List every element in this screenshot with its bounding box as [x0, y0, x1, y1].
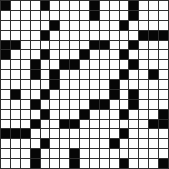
white-cell-r15c17[interactable] [159, 139, 168, 148]
white-cell-r8c10[interactable] [90, 70, 99, 79]
white-cell-r8c5[interactable] [41, 70, 50, 79]
white-cell-r9c5[interactable] [41, 80, 50, 89]
white-cell-r8c8[interactable] [70, 70, 79, 79]
white-cell-r11c13[interactable] [120, 100, 129, 109]
white-cell-r14c8[interactable] [70, 129, 79, 138]
white-cell-r1c15[interactable] [139, 1, 148, 10]
white-cell-r1c12[interactable] [110, 1, 119, 10]
white-cell-r2c12[interactable] [110, 11, 119, 20]
white-cell-r12c6[interactable] [50, 110, 59, 119]
white-cell-r4c7[interactable] [60, 31, 69, 40]
black-cell-r1c5 [41, 1, 50, 10]
white-cell-r13c11[interactable] [100, 120, 109, 129]
white-cell-r1c4[interactable] [31, 1, 40, 10]
white-cell-r5c5[interactable] [41, 41, 50, 50]
white-cell-r8c15[interactable] [139, 70, 148, 79]
white-cell-r16c3[interactable] [21, 149, 30, 158]
white-cell-r14c7[interactable] [60, 129, 69, 138]
white-cell-r9c9[interactable] [80, 80, 89, 89]
white-cell-r6c16[interactable] [149, 50, 158, 59]
white-cell-r4c12[interactable] [110, 31, 119, 40]
white-cell-r11c1[interactable] [1, 100, 10, 109]
white-cell-r11c12[interactable] [110, 100, 119, 109]
white-cell-r7c15[interactable] [139, 60, 148, 69]
white-cell-r14c6[interactable] [50, 129, 59, 138]
white-cell-r13c2[interactable] [11, 120, 20, 129]
white-cell-r15c10[interactable] [90, 139, 99, 148]
white-cell-r7c9[interactable] [80, 60, 89, 69]
white-cell-r5c4[interactable] [31, 41, 40, 50]
black-cell-r10c12 [110, 90, 119, 99]
black-cell-r14c1 [1, 129, 10, 138]
white-cell-r15c9[interactable] [80, 139, 89, 148]
white-cell-r15c1[interactable] [1, 139, 10, 148]
white-cell-r14c9[interactable] [80, 129, 89, 138]
white-cell-r3c15[interactable] [139, 21, 148, 30]
white-cell-r6c2[interactable] [11, 50, 20, 59]
black-cell-r17c4 [31, 159, 40, 168]
white-cell-r14c14[interactable] [129, 129, 138, 138]
white-cell-r14c11[interactable] [100, 129, 109, 138]
white-cell-r13c9[interactable] [80, 120, 89, 129]
white-cell-r3c4[interactable] [31, 21, 40, 30]
white-cell-r2c15[interactable] [139, 11, 148, 20]
white-cell-r2c3[interactable] [21, 11, 30, 20]
black-cell-r14c3 [21, 129, 30, 138]
white-cell-r4c2[interactable] [11, 31, 20, 40]
white-cell-r9c4[interactable] [31, 80, 40, 89]
white-cell-r1c8[interactable] [70, 1, 79, 10]
white-cell-r5c7[interactable] [60, 41, 69, 50]
black-cell-r7c7 [60, 60, 69, 69]
white-cell-r10c13[interactable] [120, 90, 129, 99]
white-cell-r9c17[interactable] [159, 80, 168, 89]
white-cell-r12c2[interactable] [11, 110, 20, 119]
white-cell-r7c12[interactable] [110, 60, 119, 69]
black-cell-r8c16 [149, 70, 158, 79]
white-cell-r3c9[interactable] [80, 21, 89, 30]
white-cell-r2c9[interactable] [80, 11, 89, 20]
black-cell-r12c9 [80, 110, 89, 119]
white-cell-r10c10[interactable] [90, 90, 99, 99]
white-cell-r5c17[interactable] [159, 41, 168, 50]
black-cell-r1c1 [1, 1, 10, 10]
white-cell-r2c2[interactable] [11, 11, 20, 20]
white-cell-r11c2[interactable] [11, 100, 20, 109]
white-cell-r2c1[interactable] [1, 11, 10, 20]
white-cell-r14c17[interactable] [159, 129, 168, 138]
white-cell-r17c7[interactable] [60, 159, 69, 168]
black-cell-r4c15 [139, 31, 148, 40]
black-cell-r3c6 [50, 21, 59, 30]
white-cell-r10c8[interactable] [70, 90, 79, 99]
white-cell-r8c12[interactable] [110, 70, 119, 79]
white-cell-r16c13[interactable] [120, 149, 129, 158]
white-cell-r3c11[interactable] [100, 21, 109, 30]
white-cell-r9c13[interactable] [120, 80, 129, 89]
white-cell-r14c16[interactable] [149, 129, 158, 138]
white-cell-r6c12[interactable] [110, 50, 119, 59]
white-cell-r12c14[interactable] [129, 110, 138, 119]
crossword-board [0, 0, 169, 169]
white-cell-r5c8[interactable] [70, 41, 79, 50]
white-cell-r7c16[interactable] [149, 60, 158, 69]
black-cell-r9c12 [110, 80, 119, 89]
white-cell-r6c17[interactable] [159, 50, 168, 59]
white-cell-r16c5[interactable] [41, 149, 50, 158]
white-cell-r17c3[interactable] [21, 159, 30, 168]
white-cell-r4c4[interactable] [31, 31, 40, 40]
white-cell-r9c10[interactable] [90, 80, 99, 89]
white-cell-r7c3[interactable] [21, 60, 30, 69]
white-cell-r1c17[interactable] [159, 1, 168, 10]
white-cell-r2c13[interactable] [120, 11, 129, 20]
white-cell-r11c9[interactable] [80, 100, 89, 109]
white-cell-r12c8[interactable] [70, 110, 79, 119]
white-cell-r10c16[interactable] [149, 90, 158, 99]
white-cell-r9c11[interactable] [100, 80, 109, 89]
black-cell-r4c17 [159, 31, 168, 40]
black-cell-r10c14 [129, 90, 138, 99]
white-cell-r6c11[interactable] [100, 50, 109, 59]
white-cell-r1c16[interactable] [149, 1, 158, 10]
white-cell-r13c14[interactable] [129, 120, 138, 129]
black-cell-r10c2 [11, 90, 20, 99]
white-cell-r11c17[interactable] [159, 100, 168, 109]
white-cell-r6c6[interactable] [50, 50, 59, 59]
white-cell-r9c14[interactable] [129, 80, 138, 89]
white-cell-r3c7[interactable] [60, 21, 69, 30]
white-cell-r2c16[interactable] [149, 11, 158, 20]
black-cell-r14c2 [11, 129, 20, 138]
white-cell-r13c6[interactable] [50, 120, 59, 129]
white-cell-r9c8[interactable] [70, 80, 79, 89]
white-cell-r14c12[interactable] [110, 129, 119, 138]
white-cell-r7c5[interactable] [41, 60, 50, 69]
white-cell-r2c11[interactable] [100, 11, 109, 20]
white-cell-r11c8[interactable] [70, 100, 79, 109]
black-cell-r11c4 [31, 100, 40, 109]
white-cell-r6c8[interactable] [70, 50, 79, 59]
black-cell-r4c16 [149, 31, 158, 40]
white-cell-r4c13[interactable] [120, 31, 129, 40]
white-cell-r8c3[interactable] [21, 70, 30, 79]
white-cell-r3c3[interactable] [21, 21, 30, 30]
white-cell-r1c6[interactable] [50, 1, 59, 10]
white-cell-r15c7[interactable] [60, 139, 69, 148]
white-cell-r11c5[interactable] [41, 100, 50, 109]
white-cell-r10c6[interactable] [50, 90, 59, 99]
white-cell-r13c13[interactable] [120, 120, 129, 129]
white-cell-r15c13[interactable] [120, 139, 129, 148]
white-cell-r8c11[interactable] [100, 70, 109, 79]
white-cell-r16c12[interactable] [110, 149, 119, 158]
black-cell-r16c4 [31, 149, 40, 158]
black-cell-r15c12 [110, 139, 119, 148]
white-cell-r5c6[interactable] [50, 41, 59, 50]
black-cell-r8c4 [31, 70, 40, 79]
white-cell-r16c17[interactable] [159, 149, 168, 158]
white-cell-r7c1[interactable] [1, 60, 10, 69]
white-cell-r11c16[interactable] [149, 100, 158, 109]
black-cell-r3c13 [120, 21, 129, 30]
black-cell-r11c14 [129, 100, 138, 109]
white-cell-r15c6[interactable] [50, 139, 59, 148]
white-cell-r9c2[interactable] [11, 80, 20, 89]
black-cell-r14c13 [120, 129, 129, 138]
white-cell-r1c13[interactable] [120, 1, 129, 10]
white-cell-r14c4[interactable] [31, 129, 40, 138]
white-cell-r12c16[interactable] [149, 110, 158, 119]
white-cell-r3c14[interactable] [129, 21, 138, 30]
white-cell-r14c5[interactable] [41, 129, 50, 138]
white-cell-r7c6[interactable] [50, 60, 59, 69]
white-cell-r2c7[interactable] [60, 11, 69, 20]
white-cell-r5c12[interactable] [110, 41, 119, 50]
white-cell-r16c10[interactable] [90, 149, 99, 158]
white-cell-r12c3[interactable] [21, 110, 30, 119]
black-cell-r1c14 [129, 1, 138, 10]
white-cell-r16c9[interactable] [80, 149, 89, 158]
black-cell-r5c14 [129, 41, 138, 50]
white-cell-r17c16[interactable] [149, 159, 158, 168]
white-cell-r13c12[interactable] [110, 120, 119, 129]
white-cell-r5c13[interactable] [120, 41, 129, 50]
white-cell-r1c3[interactable] [21, 1, 30, 10]
white-cell-r6c3[interactable] [21, 50, 30, 59]
white-cell-r5c9[interactable] [80, 41, 89, 50]
white-cell-r4c10[interactable] [90, 31, 99, 40]
white-cell-r8c17[interactable] [159, 70, 168, 79]
white-cell-r11c7[interactable] [60, 100, 69, 109]
black-cell-r1c10 [90, 1, 99, 10]
white-cell-r2c5[interactable] [41, 11, 50, 20]
white-cell-r17c2[interactable] [11, 159, 20, 168]
black-cell-r13c17 [159, 120, 168, 129]
white-cell-r10c17[interactable] [159, 90, 168, 99]
white-cell-r17c15[interactable] [139, 159, 148, 168]
black-cell-r12c5 [41, 110, 50, 119]
black-cell-r6c13 [120, 50, 129, 59]
white-cell-r10c15[interactable] [139, 90, 148, 99]
white-cell-r13c5[interactable] [41, 120, 50, 129]
white-cell-r6c15[interactable] [139, 50, 148, 59]
white-cell-r14c10[interactable] [90, 129, 99, 138]
black-cell-r6c1 [1, 50, 10, 59]
black-cell-r12c13 [120, 110, 129, 119]
white-cell-r12c4[interactable] [31, 110, 40, 119]
white-cell-r3c2[interactable] [11, 21, 20, 30]
black-cell-r6c9 [80, 50, 89, 59]
white-cell-r12c11[interactable] [100, 110, 109, 119]
white-cell-r4c9[interactable] [80, 31, 89, 40]
white-cell-r17c6[interactable] [50, 159, 59, 168]
black-cell-r15c5 [41, 139, 50, 148]
white-cell-r16c16[interactable] [149, 149, 158, 158]
white-cell-r4c11[interactable] [100, 31, 109, 40]
black-cell-r9c6 [50, 80, 59, 89]
white-cell-r14c15[interactable] [139, 129, 148, 138]
white-cell-r10c7[interactable] [60, 90, 69, 99]
black-cell-r5c10 [90, 41, 99, 50]
black-cell-r10c5 [41, 90, 50, 99]
white-cell-r6c4[interactable] [31, 50, 40, 59]
white-cell-r1c2[interactable] [11, 1, 20, 10]
white-cell-r4c1[interactable] [1, 31, 10, 40]
white-cell-r4c8[interactable] [70, 31, 79, 40]
white-cell-r12c1[interactable] [1, 110, 10, 119]
black-cell-r13c16 [149, 120, 158, 129]
white-cell-r13c1[interactable] [1, 120, 10, 129]
white-cell-r3c16[interactable] [149, 21, 158, 30]
white-cell-r9c1[interactable] [1, 80, 10, 89]
white-cell-r10c1[interactable] [1, 90, 10, 99]
black-cell-r8c13 [120, 70, 129, 79]
white-cell-r9c3[interactable] [21, 80, 30, 89]
black-cell-r2c10 [90, 11, 99, 20]
white-cell-r15c14[interactable] [129, 139, 138, 148]
white-cell-r6c10[interactable] [90, 50, 99, 59]
white-cell-r16c14[interactable] [129, 149, 138, 158]
white-cell-r1c11[interactable] [100, 1, 109, 10]
white-cell-r15c2[interactable] [11, 139, 20, 148]
white-cell-r15c8[interactable] [70, 139, 79, 148]
white-cell-r16c2[interactable] [11, 149, 20, 158]
white-cell-r12c10[interactable] [90, 110, 99, 119]
white-cell-r5c16[interactable] [149, 41, 158, 50]
black-cell-r13c4 [31, 120, 40, 129]
white-cell-r13c15[interactable] [139, 120, 148, 129]
white-cell-r16c15[interactable] [139, 149, 148, 158]
white-cell-r15c16[interactable] [149, 139, 158, 148]
white-cell-r12c7[interactable] [60, 110, 69, 119]
white-cell-r7c10[interactable] [90, 60, 99, 69]
white-cell-r6c7[interactable] [60, 50, 69, 59]
white-cell-r15c3[interactable] [21, 139, 30, 148]
black-cell-r2c14 [129, 11, 138, 20]
white-cell-r2c8[interactable] [70, 11, 79, 20]
white-cell-r7c2[interactable] [11, 60, 20, 69]
white-cell-r11c15[interactable] [139, 100, 148, 109]
white-cell-r13c10[interactable] [90, 120, 99, 129]
black-cell-r7c8 [70, 60, 79, 69]
white-cell-r3c5[interactable] [41, 21, 50, 30]
black-cell-r11c10 [90, 100, 99, 109]
white-cell-r17c11[interactable] [100, 159, 109, 168]
white-cell-r3c17[interactable] [159, 21, 168, 30]
white-cell-r15c4[interactable] [31, 139, 40, 148]
white-cell-r17c14[interactable] [129, 159, 138, 168]
black-cell-r5c1 [1, 41, 10, 50]
white-cell-r3c1[interactable] [1, 21, 10, 30]
white-cell-r10c3[interactable] [21, 90, 30, 99]
white-cell-r13c3[interactable] [21, 120, 30, 129]
black-cell-r7c14 [129, 60, 138, 69]
black-cell-r7c4 [31, 60, 40, 69]
white-cell-r7c17[interactable] [159, 60, 168, 69]
white-cell-r3c10[interactable] [90, 21, 99, 30]
white-cell-r17c5[interactable] [41, 159, 50, 168]
white-cell-r8c2[interactable] [11, 70, 20, 79]
white-cell-r11c6[interactable] [50, 100, 59, 109]
white-cell-r17c9[interactable] [80, 159, 89, 168]
white-cell-r1c9[interactable] [80, 1, 89, 10]
white-cell-r8c9[interactable] [80, 70, 89, 79]
white-cell-r7c13[interactable] [120, 60, 129, 69]
white-cell-r17c12[interactable] [110, 159, 119, 168]
white-cell-r7c11[interactable] [100, 60, 109, 69]
white-cell-r4c14[interactable] [129, 31, 138, 40]
white-cell-r3c8[interactable] [70, 21, 79, 30]
black-cell-r17c17 [159, 159, 168, 168]
crossword-puzzle [0, 0, 169, 169]
white-cell-r16c7[interactable] [60, 149, 69, 158]
white-cell-r10c9[interactable] [80, 90, 89, 99]
white-cell-r15c15[interactable] [139, 139, 148, 148]
black-cell-r6c5 [41, 50, 50, 59]
white-cell-r10c4[interactable] [31, 90, 40, 99]
white-cell-r11c3[interactable] [21, 100, 30, 109]
white-cell-r10c11[interactable] [100, 90, 109, 99]
black-cell-r11c11 [100, 100, 109, 109]
white-cell-r16c6[interactable] [50, 149, 59, 158]
black-cell-r17c13 [120, 159, 129, 168]
white-cell-r8c1[interactable] [1, 70, 10, 79]
white-cell-r5c15[interactable] [139, 41, 148, 50]
white-cell-r9c16[interactable] [149, 80, 158, 89]
white-cell-r9c15[interactable] [139, 80, 148, 89]
white-cell-r17c1[interactable] [1, 159, 10, 168]
white-cell-r4c3[interactable] [21, 31, 30, 40]
white-cell-r8c7[interactable] [60, 70, 69, 79]
black-cell-r16c8 [70, 149, 79, 158]
white-cell-r9c7[interactable] [60, 80, 69, 89]
black-cell-r4c5 [41, 31, 50, 40]
white-cell-r12c12[interactable] [110, 110, 119, 119]
black-cell-r13c8 [70, 120, 79, 129]
white-cell-r16c11[interactable] [100, 149, 109, 158]
black-cell-r5c2 [11, 41, 20, 50]
black-cell-r5c11 [100, 41, 109, 50]
white-cell-r2c4[interactable] [31, 11, 40, 20]
white-cell-r12c15[interactable] [139, 110, 148, 119]
white-cell-r16c1[interactable] [1, 149, 10, 158]
black-cell-r13c7 [60, 120, 69, 129]
black-cell-r8c6 [50, 70, 59, 79]
white-cell-r3c12[interactable] [110, 21, 119, 30]
black-cell-r17c8 [70, 159, 79, 168]
white-cell-r5c3[interactable] [21, 41, 30, 50]
white-cell-r2c17[interactable] [159, 11, 168, 20]
white-cell-r4c6[interactable] [50, 31, 59, 40]
white-cell-r2c6[interactable] [50, 11, 59, 20]
white-cell-r8c14[interactable] [129, 70, 138, 79]
white-cell-r1c7[interactable] [60, 1, 69, 10]
white-cell-r15c11[interactable] [100, 139, 109, 148]
white-cell-r17c10[interactable] [90, 159, 99, 168]
white-cell-r6c14[interactable] [129, 50, 138, 59]
black-cell-r12c17 [159, 110, 168, 119]
